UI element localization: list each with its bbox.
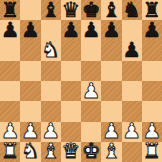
square-d1[interactable]: ♛ [61,142,81,162]
piece-white-queen[interactable]: ♛ [61,142,80,162]
piece-white-pawn[interactable]: ♟ [142,122,161,142]
square-f5[interactable] [101,61,121,81]
square-a2[interactable]: ♟ [0,122,20,142]
piece-black-pawn[interactable]: ♟ [142,20,161,40]
square-c4[interactable] [41,81,61,101]
square-d2[interactable] [61,122,81,142]
piece-black-rook[interactable]: ♜ [1,0,20,20]
square-e4[interactable]: ♟ [81,81,101,101]
chess-board: ♜♝♛♚♝♞♜♟♟♟♟♟♟♞♟♟♟♟♟♟♟♟♜♞♝♛♚♝♜ [0,0,162,162]
square-g5[interactable] [122,61,142,81]
square-e8[interactable]: ♚ [81,0,101,20]
square-b6[interactable] [20,41,40,61]
piece-white-knight[interactable]: ♞ [41,41,60,61]
square-b2[interactable]: ♟ [20,122,40,142]
piece-white-rook[interactable]: ♜ [1,142,20,162]
piece-black-knight[interactable]: ♞ [122,0,141,20]
square-d6[interactable] [61,41,81,61]
square-d4[interactable] [61,81,81,101]
piece-black-pawn[interactable]: ♟ [102,20,121,40]
square-h6[interactable] [142,41,162,61]
piece-white-pawn[interactable]: ♟ [102,122,121,142]
square-h2[interactable]: ♟ [142,122,162,142]
piece-white-pawn[interactable]: ♟ [1,122,20,142]
square-d8[interactable]: ♛ [61,0,81,20]
square-g2[interactable]: ♟ [122,122,142,142]
piece-black-bishop[interactable]: ♝ [41,0,60,20]
square-h3[interactable] [142,101,162,121]
square-b4[interactable] [20,81,40,101]
piece-black-pawn[interactable]: ♟ [1,20,20,40]
square-e1[interactable]: ♚ [81,142,101,162]
piece-white-pawn[interactable]: ♟ [122,122,141,142]
piece-white-pawn[interactable]: ♟ [21,122,40,142]
square-b7[interactable]: ♟ [20,20,40,40]
piece-black-pawn[interactable]: ♟ [61,20,80,40]
square-f1[interactable]: ♝ [101,142,121,162]
square-g6[interactable]: ♟ [122,41,142,61]
piece-white-king[interactable]: ♚ [82,142,101,162]
square-g4[interactable] [122,81,142,101]
piece-black-pawn[interactable]: ♟ [21,20,40,40]
square-a1[interactable]: ♜ [0,142,20,162]
square-g8[interactable]: ♞ [122,0,142,20]
piece-black-pawn[interactable]: ♟ [82,20,101,40]
square-f3[interactable] [101,101,121,121]
square-h5[interactable] [142,61,162,81]
piece-black-rook[interactable]: ♜ [142,0,161,20]
square-f4[interactable] [101,81,121,101]
square-g1[interactable] [122,142,142,162]
square-e7[interactable]: ♟ [81,20,101,40]
square-g7[interactable] [122,20,142,40]
piece-black-pawn[interactable]: ♟ [122,41,141,61]
piece-white-bishop[interactable]: ♝ [102,142,121,162]
square-e3[interactable] [81,101,101,121]
square-b3[interactable] [20,101,40,121]
square-e2[interactable] [81,122,101,142]
square-e5[interactable] [81,61,101,81]
square-h1[interactable]: ♜ [142,142,162,162]
square-g3[interactable] [122,101,142,121]
square-a6[interactable] [0,41,20,61]
square-c2[interactable]: ♟ [41,122,61,142]
square-b5[interactable] [20,61,40,81]
square-f8[interactable]: ♝ [101,0,121,20]
square-b8[interactable] [20,0,40,20]
square-a4[interactable] [0,81,20,101]
piece-black-king[interactable]: ♚ [82,0,101,20]
piece-white-knight[interactable]: ♞ [21,142,40,162]
square-c1[interactable]: ♝ [41,142,61,162]
square-d5[interactable] [61,61,81,81]
square-c6[interactable]: ♞ [41,41,61,61]
piece-white-bishop[interactable]: ♝ [41,142,60,162]
square-b1[interactable]: ♞ [20,142,40,162]
square-d3[interactable] [61,101,81,121]
square-c3[interactable] [41,101,61,121]
square-d7[interactable]: ♟ [61,20,81,40]
piece-black-bishop[interactable]: ♝ [102,0,121,20]
square-a5[interactable] [0,61,20,81]
square-c8[interactable]: ♝ [41,0,61,20]
square-f6[interactable] [101,41,121,61]
piece-white-pawn[interactable]: ♟ [82,81,101,101]
square-a8[interactable]: ♜ [0,0,20,20]
square-h8[interactable]: ♜ [142,0,162,20]
square-c5[interactable] [41,61,61,81]
piece-black-queen[interactable]: ♛ [61,0,80,20]
square-a3[interactable] [0,101,20,121]
square-e6[interactable] [81,41,101,61]
square-f7[interactable]: ♟ [101,20,121,40]
square-f2[interactable]: ♟ [101,122,121,142]
piece-white-rook[interactable]: ♜ [142,142,161,162]
piece-white-pawn[interactable]: ♟ [41,122,60,142]
square-h7[interactable]: ♟ [142,20,162,40]
square-a7[interactable]: ♟ [0,20,20,40]
square-h4[interactable] [142,81,162,101]
square-c7[interactable] [41,20,61,40]
